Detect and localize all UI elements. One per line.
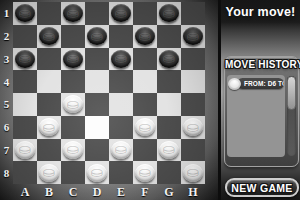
square-A3[interactable]: ⛂ [13, 48, 37, 71]
square-H2[interactable]: ⛂ [181, 25, 205, 48]
square-C3[interactable]: ⛂ [61, 48, 85, 71]
square-A4[interactable] [13, 70, 37, 93]
rank-label-4: 4 [0, 70, 13, 93]
board-frame: ⛂⛂⛂⛂⛂⛂⛂⛂⛂⛂⛂⛂⛀⛀⛀⛀⛀⛀⛀⛀⛀⛀⛀⛀ 12345678 ABCDEF… [0, 0, 218, 200]
rank-label-5: 5 [0, 93, 13, 116]
square-B8[interactable]: ⛀ [37, 161, 61, 184]
square-E5[interactable] [109, 93, 133, 116]
square-H3[interactable] [181, 48, 205, 71]
square-F2[interactable]: ⛂ [133, 25, 157, 48]
file-labels: ABCDEFGH [13, 184, 205, 200]
black-piece-C1[interactable]: ⛂ [63, 4, 83, 22]
white-piece-D8[interactable]: ⛀ [87, 164, 107, 182]
white-piece-E7[interactable]: ⛀ [111, 141, 131, 159]
file-label-F: F [133, 184, 157, 200]
square-B3[interactable] [37, 48, 61, 71]
square-D7[interactable] [85, 139, 109, 162]
square-B7[interactable] [37, 139, 61, 162]
file-label-B: B [37, 184, 61, 200]
square-F4[interactable] [133, 70, 157, 93]
square-B2[interactable]: ⛂ [37, 25, 61, 48]
file-label-H: H [181, 184, 205, 200]
square-E2[interactable] [109, 25, 133, 48]
square-C6[interactable] [61, 116, 85, 139]
square-H4[interactable] [181, 70, 205, 93]
white-piece-F8[interactable]: ⛀ [135, 164, 155, 182]
black-piece-G3[interactable]: ⛂ [159, 50, 179, 68]
square-B4[interactable] [37, 70, 61, 93]
square-E1[interactable]: ⛂ [109, 2, 133, 25]
square-F7[interactable] [133, 139, 157, 162]
file-label-G: G [157, 184, 181, 200]
black-piece-C3[interactable]: ⛂ [63, 50, 83, 68]
rank-label-8: 8 [0, 161, 13, 184]
square-D6[interactable] [85, 116, 109, 139]
square-H5[interactable] [181, 93, 205, 116]
square-G4[interactable] [157, 70, 181, 93]
file-label-E: E [109, 184, 133, 200]
square-E6[interactable] [109, 116, 133, 139]
square-D3[interactable] [85, 48, 109, 71]
square-F8[interactable]: ⛀ [133, 161, 157, 184]
square-H7[interactable] [181, 139, 205, 162]
square-A6[interactable] [13, 116, 37, 139]
square-C5[interactable]: ⛀ [61, 93, 85, 116]
square-G3[interactable]: ⛂ [157, 48, 181, 71]
black-piece-E3[interactable]: ⛂ [111, 50, 131, 68]
black-piece-A3[interactable]: ⛂ [15, 50, 35, 68]
square-H6[interactable]: ⛀ [181, 116, 205, 139]
move-entry-text: FROM: D6 TO: C5 [237, 78, 284, 89]
square-A5[interactable] [13, 93, 37, 116]
black-piece-A1[interactable]: ⛂ [15, 4, 35, 22]
white-piece-G7[interactable]: ⛀ [159, 141, 179, 159]
square-A2[interactable] [13, 25, 37, 48]
square-G5[interactable] [157, 93, 181, 116]
square-D5[interactable] [85, 93, 109, 116]
square-A7[interactable]: ⛀ [13, 139, 37, 162]
new-game-button[interactable]: NEW GAME [225, 178, 299, 197]
square-F6[interactable]: ⛀ [133, 116, 157, 139]
rank-label-7: 7 [0, 139, 13, 162]
white-piece-A7[interactable]: ⛀ [15, 141, 35, 159]
white-piece-H6[interactable]: ⛀ [183, 118, 203, 136]
move-history-scrollbar[interactable] [287, 76, 296, 156]
white-piece-B6[interactable]: ⛀ [39, 118, 59, 136]
square-C8[interactable] [61, 161, 85, 184]
square-B6[interactable]: ⛀ [37, 116, 61, 139]
square-C1[interactable]: ⛂ [61, 2, 85, 25]
white-piece-B8[interactable]: ⛀ [39, 164, 59, 182]
move-history-list[interactable]: FROM: D6 TO: C5 [227, 75, 285, 157]
new-game-label: NEW GAME [231, 182, 292, 194]
black-piece-G1[interactable]: ⛂ [159, 4, 179, 22]
square-G2[interactable] [157, 25, 181, 48]
rank-label-6: 6 [0, 116, 13, 139]
square-F5[interactable] [133, 93, 157, 116]
square-G6[interactable] [157, 116, 181, 139]
black-piece-D2[interactable]: ⛂ [87, 27, 107, 45]
square-C2[interactable] [61, 25, 85, 48]
square-G1[interactable]: ⛂ [157, 2, 181, 25]
square-H8[interactable]: ⛀ [181, 161, 205, 184]
square-C4[interactable] [61, 70, 85, 93]
square-F1[interactable] [133, 2, 157, 25]
square-A8[interactable] [13, 161, 37, 184]
square-F3[interactable] [133, 48, 157, 71]
file-label-D: D [85, 184, 109, 200]
rank-label-3: 3 [0, 48, 13, 71]
checkers-app: ⛂⛂⛂⛂⛂⛂⛂⛂⛂⛂⛂⛂⛀⛀⛀⛀⛀⛀⛀⛀⛀⛀⛀⛀ 12345678 ABCDEF… [0, 0, 300, 200]
black-piece-H2[interactable]: ⛂ [183, 27, 203, 45]
turn-status: Your move! [221, 5, 300, 19]
rank-label-2: 2 [0, 25, 13, 48]
white-piece-F6[interactable]: ⛀ [135, 118, 155, 136]
square-B1[interactable] [37, 2, 61, 25]
move-history-panel: MOVE HISTORY FROM: D6 TO: C5 [224, 56, 299, 167]
black-piece-B2[interactable]: ⛂ [39, 27, 59, 45]
move-history-title: MOVE HISTORY [225, 59, 298, 70]
sidebar: Your move! MOVE HISTORY FROM: D6 TO: C5 … [218, 0, 300, 200]
square-D1[interactable] [85, 2, 109, 25]
black-piece-F2[interactable]: ⛂ [135, 27, 155, 45]
file-label-C: C [61, 184, 85, 200]
rank-labels: 12345678 [0, 2, 13, 184]
white-piece-C7[interactable]: ⛀ [63, 141, 83, 159]
square-D4[interactable] [85, 70, 109, 93]
rank-label-1: 1 [0, 2, 13, 25]
square-E3[interactable]: ⛂ [109, 48, 133, 71]
black-piece-E1[interactable]: ⛂ [111, 4, 131, 22]
square-E7[interactable]: ⛀ [109, 139, 133, 162]
square-E8[interactable] [109, 161, 133, 184]
square-B5[interactable] [37, 93, 61, 116]
white-piece-H8[interactable]: ⛀ [183, 164, 203, 182]
white-piece-C5[interactable]: ⛀ [63, 95, 83, 113]
square-D2[interactable]: ⛂ [85, 25, 109, 48]
white-checker-icon [228, 78, 241, 90]
square-D8[interactable]: ⛀ [85, 161, 109, 184]
square-E4[interactable] [109, 70, 133, 93]
square-G8[interactable] [157, 161, 181, 184]
scrollbar-thumb[interactable] [287, 76, 296, 110]
file-label-A: A [13, 184, 37, 200]
checkers-board: ⛂⛂⛂⛂⛂⛂⛂⛂⛂⛂⛂⛂⛀⛀⛀⛀⛀⛀⛀⛀⛀⛀⛀⛀ [13, 2, 205, 184]
square-H1[interactable] [181, 2, 205, 25]
square-C7[interactable]: ⛀ [61, 139, 85, 162]
square-G7[interactable]: ⛀ [157, 139, 181, 162]
move-history-entry: FROM: D6 TO: C5 [228, 77, 284, 90]
square-A1[interactable]: ⛂ [13, 2, 37, 25]
